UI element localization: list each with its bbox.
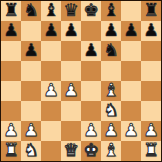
square-e1[interactable]: ♚: [81, 141, 101, 161]
square-f4[interactable]: ♝: [101, 81, 121, 101]
square-a1[interactable]: ♜: [1, 141, 21, 161]
black-pawn-g7[interactable]: ♟: [123, 22, 139, 40]
square-b8[interactable]: ♞: [21, 1, 41, 21]
square-h7[interactable]: ♟: [141, 21, 161, 41]
black-knight-f6[interactable]: ♞: [103, 42, 119, 60]
square-e4[interactable]: [81, 81, 101, 101]
square-b1[interactable]: ♞: [21, 141, 41, 161]
square-f3[interactable]: ♞: [101, 101, 121, 121]
square-d2[interactable]: [61, 121, 81, 141]
square-e5[interactable]: [81, 61, 101, 81]
white-knight-b1[interactable]: ♞: [23, 142, 39, 160]
square-h5[interactable]: [141, 61, 161, 81]
square-d5[interactable]: [61, 61, 81, 81]
square-e7[interactable]: [81, 21, 101, 41]
square-g3[interactable]: [121, 101, 141, 121]
square-b2[interactable]: ♟: [21, 121, 41, 141]
black-king-e8[interactable]: ♚: [83, 2, 99, 20]
square-g2[interactable]: ♟: [121, 121, 141, 141]
square-e2[interactable]: ♟: [81, 121, 101, 141]
square-h3[interactable]: [141, 101, 161, 121]
square-d3[interactable]: [61, 101, 81, 121]
black-pawn-d7[interactable]: ♟: [63, 22, 79, 40]
square-b4[interactable]: [21, 81, 41, 101]
square-c8[interactable]: ♝: [41, 1, 61, 21]
white-pawn-h2[interactable]: ♟: [143, 122, 159, 140]
square-f6[interactable]: ♞: [101, 41, 121, 61]
white-queen-d1[interactable]: ♛: [63, 142, 79, 160]
white-bishop-f1[interactable]: ♝: [103, 142, 119, 160]
square-g6[interactable]: [121, 41, 141, 61]
black-pawn-a7[interactable]: ♟: [3, 22, 19, 40]
square-d6[interactable]: [61, 41, 81, 61]
square-a5[interactable]: [1, 61, 21, 81]
square-c7[interactable]: ♟: [41, 21, 61, 41]
white-pawn-a2[interactable]: ♟: [3, 122, 19, 140]
black-pawn-b6[interactable]: ♟: [23, 42, 39, 60]
square-f7[interactable]: ♟: [101, 21, 121, 41]
square-a6[interactable]: [1, 41, 21, 61]
black-pawn-e6[interactable]: ♟: [83, 42, 99, 60]
square-c6[interactable]: [41, 41, 61, 61]
square-c1[interactable]: [41, 141, 61, 161]
square-g1[interactable]: [121, 141, 141, 161]
black-pawn-h7[interactable]: ♟: [143, 22, 159, 40]
square-d7[interactable]: ♟: [61, 21, 81, 41]
black-rook-h8[interactable]: ♜: [143, 2, 159, 20]
square-f5[interactable]: [101, 61, 121, 81]
black-queen-d8[interactable]: ♛: [63, 2, 79, 20]
square-e6[interactable]: ♟: [81, 41, 101, 61]
square-g8[interactable]: [121, 1, 141, 21]
black-bishop-f8[interactable]: ♝: [103, 2, 119, 20]
black-rook-a8[interactable]: ♜: [3, 2, 19, 20]
white-bishop-f4[interactable]: ♝: [103, 82, 119, 100]
square-c3[interactable]: [41, 101, 61, 121]
white-pawn-g2[interactable]: ♟: [123, 122, 139, 140]
square-a8[interactable]: ♜: [1, 1, 21, 21]
square-a7[interactable]: ♟: [1, 21, 21, 41]
square-e8[interactable]: ♚: [81, 1, 101, 21]
square-g4[interactable]: [121, 81, 141, 101]
chess-board: ♜♞♝♛♚♝♜♟♟♟♟♟♟♟♟♞♟♟♝♞♟♟♟♟♟♟♜♞♛♚♝♜: [0, 0, 162, 162]
square-h8[interactable]: ♜: [141, 1, 161, 21]
square-d8[interactable]: ♛: [61, 1, 81, 21]
white-pawn-d4[interactable]: ♟: [63, 82, 79, 100]
square-b5[interactable]: [21, 61, 41, 81]
square-c2[interactable]: [41, 121, 61, 141]
square-b6[interactable]: ♟: [21, 41, 41, 61]
white-pawn-c4[interactable]: ♟: [43, 82, 59, 100]
square-e3[interactable]: [81, 101, 101, 121]
square-g5[interactable]: [121, 61, 141, 81]
black-pawn-c7[interactable]: ♟: [43, 22, 59, 40]
square-f8[interactable]: ♝: [101, 1, 121, 21]
square-d4[interactable]: ♟: [61, 81, 81, 101]
square-a3[interactable]: [1, 101, 21, 121]
white-pawn-f2[interactable]: ♟: [103, 122, 119, 140]
square-f2[interactable]: ♟: [101, 121, 121, 141]
square-a2[interactable]: ♟: [1, 121, 21, 141]
square-b7[interactable]: [21, 21, 41, 41]
black-bishop-c8[interactable]: ♝: [43, 2, 59, 20]
white-king-e1[interactable]: ♚: [83, 142, 99, 160]
black-pawn-f7[interactable]: ♟: [103, 22, 119, 40]
square-d1[interactable]: ♛: [61, 141, 81, 161]
square-h2[interactable]: ♟: [141, 121, 161, 141]
white-knight-f3[interactable]: ♞: [103, 102, 119, 120]
white-rook-a1[interactable]: ♜: [3, 142, 19, 160]
square-h6[interactable]: [141, 41, 161, 61]
square-a4[interactable]: [1, 81, 21, 101]
square-h1[interactable]: ♜: [141, 141, 161, 161]
black-knight-b8[interactable]: ♞: [23, 2, 39, 20]
square-g7[interactable]: ♟: [121, 21, 141, 41]
white-pawn-e2[interactable]: ♟: [83, 122, 99, 140]
square-c5[interactable]: [41, 61, 61, 81]
square-h4[interactable]: [141, 81, 161, 101]
square-b3[interactable]: [21, 101, 41, 121]
square-f1[interactable]: ♝: [101, 141, 121, 161]
white-pawn-b2[interactable]: ♟: [23, 122, 39, 140]
square-c4[interactable]: ♟: [41, 81, 61, 101]
white-rook-h1[interactable]: ♜: [143, 142, 159, 160]
